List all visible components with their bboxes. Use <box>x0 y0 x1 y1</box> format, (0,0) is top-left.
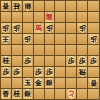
square-5h[interactable]: 銀 <box>45 78 56 89</box>
piece-tokin-gote[interactable]: と <box>67 89 76 99</box>
square-7h[interactable]: 玉 <box>23 78 34 89</box>
piece-lance-gote[interactable]: 香 <box>89 78 98 88</box>
square-2a[interactable] <box>77 1 88 12</box>
piece-pawn-sente[interactable]: 歩 <box>89 56 98 66</box>
square-4d[interactable] <box>55 34 66 45</box>
piece-pawn-sente[interactable]: 歩 <box>67 56 76 66</box>
square-5f[interactable] <box>45 56 56 67</box>
square-6a[interactable] <box>34 1 45 12</box>
piece-horse-sente[interactable]: 馬 <box>34 23 43 33</box>
square-7i[interactable]: 銀 <box>23 89 34 100</box>
square-2h[interactable] <box>77 78 88 89</box>
square-2e[interactable] <box>77 45 88 56</box>
square-2g[interactable]: 飛 <box>77 67 88 78</box>
square-7d[interactable]: 歩 <box>23 34 34 45</box>
square-3b[interactable] <box>66 12 77 23</box>
piece-king-sente[interactable]: 玉 <box>23 78 32 88</box>
square-1e[interactable] <box>88 45 99 56</box>
square-6e[interactable] <box>34 45 45 56</box>
square-1h[interactable]: 香 <box>88 78 99 89</box>
square-7c[interactable] <box>23 23 34 34</box>
piece-pawn-gote[interactable]: 歩 <box>12 23 21 33</box>
square-4a[interactable] <box>55 1 66 12</box>
square-3i[interactable]: と <box>66 89 77 100</box>
piece-pawn-gote[interactable]: 歩 <box>78 23 87 33</box>
square-5e[interactable] <box>45 45 56 56</box>
square-1d[interactable]: 歩 <box>88 34 99 45</box>
piece-knight-sente[interactable]: 桂 <box>12 89 21 99</box>
square-9h[interactable] <box>1 78 12 89</box>
square-5g[interactable]: 歩 <box>45 67 56 78</box>
piece-knight-gote[interactable]: 桂 <box>12 1 21 11</box>
piece-rook-gote[interactable]: 飛 <box>78 67 87 77</box>
square-4e[interactable] <box>55 45 66 56</box>
square-3f[interactable]: 歩 <box>66 56 77 67</box>
square-1i[interactable] <box>88 89 99 100</box>
square-1g[interactable] <box>88 67 99 78</box>
piece-pawn-gote[interactable]: 歩 <box>1 23 10 33</box>
square-5a[interactable] <box>45 1 56 12</box>
square-6c[interactable]: 馬 <box>34 23 45 34</box>
piece-pawn-sente[interactable]: 歩 <box>23 56 32 66</box>
piece-pawn-sente[interactable]: 歩 <box>12 67 21 77</box>
square-3c[interactable] <box>66 23 77 34</box>
square-8e[interactable] <box>12 45 23 56</box>
square-2i[interactable] <box>77 89 88 100</box>
square-2b[interactable] <box>77 12 88 23</box>
square-1a[interactable] <box>88 1 99 12</box>
square-1f[interactable]: 歩 <box>88 56 99 67</box>
piece-pawn-sente[interactable]: 歩 <box>34 67 43 77</box>
square-4c[interactable] <box>55 23 66 34</box>
square-1b[interactable] <box>88 12 99 23</box>
square-4b[interactable] <box>55 12 66 23</box>
square-5c[interactable]: 歩 <box>45 23 56 34</box>
square-7f[interactable]: 歩 <box>23 56 34 67</box>
square-9b[interactable] <box>1 12 12 23</box>
piece-gold-sente[interactable]: 金 <box>34 78 43 88</box>
square-8f[interactable] <box>12 56 23 67</box>
piece-silver-sente[interactable]: 銀 <box>45 78 54 88</box>
square-4i[interactable] <box>55 89 66 100</box>
square-3h[interactable] <box>66 78 77 89</box>
piece-pawn-sente[interactable]: 歩 <box>78 56 87 66</box>
piece-knight-sente[interactable]: 桂 <box>1 56 10 66</box>
square-6d[interactable] <box>34 34 45 45</box>
square-4h[interactable] <box>55 78 66 89</box>
piece-silver-gote[interactable]: 銀 <box>23 1 32 11</box>
piece-pawn-sente[interactable]: 歩 <box>1 67 10 77</box>
square-7a[interactable]: 銀 <box>23 1 34 12</box>
square-8b[interactable] <box>12 12 23 23</box>
square-9i[interactable]: 香 <box>1 89 12 100</box>
shogi-board: 香桂銀龍歩歩馬歩歩王歩歩桂歩歩歩歩歩歩歩歩飛玉金銀香香桂銀と <box>0 0 100 100</box>
square-9e[interactable] <box>1 45 12 56</box>
square-8a[interactable]: 桂 <box>12 1 23 12</box>
piece-dragon-sente[interactable]: 龍 <box>45 12 54 22</box>
square-5i[interactable] <box>45 89 56 100</box>
square-9g[interactable]: 歩 <box>1 67 12 78</box>
square-2c[interactable]: 歩 <box>77 23 88 34</box>
square-8d[interactable] <box>12 34 23 45</box>
square-6h[interactable]: 金 <box>34 78 45 89</box>
square-3d[interactable] <box>66 34 77 45</box>
square-7g[interactable] <box>23 67 34 78</box>
square-8h[interactable] <box>12 78 23 89</box>
square-9a[interactable]: 香 <box>1 1 12 12</box>
square-9d[interactable]: 王 <box>1 34 12 45</box>
square-4g[interactable] <box>55 67 66 78</box>
piece-lance-sente[interactable]: 香 <box>1 89 10 99</box>
piece-pawn-gote[interactable]: 歩 <box>89 34 98 44</box>
piece-pawn-gote[interactable]: 歩 <box>23 34 32 44</box>
piece-pawn-sente[interactable]: 歩 <box>45 67 54 77</box>
square-5d[interactable] <box>45 34 56 45</box>
square-3g[interactable] <box>66 67 77 78</box>
square-1c[interactable] <box>88 23 99 34</box>
piece-lance-gote[interactable]: 香 <box>1 1 10 11</box>
square-2d[interactable] <box>77 34 88 45</box>
square-7e[interactable] <box>23 45 34 56</box>
square-3e[interactable] <box>66 45 77 56</box>
piece-king-gote[interactable]: 王 <box>1 34 10 44</box>
square-6g[interactable]: 歩 <box>34 67 45 78</box>
square-6b[interactable] <box>34 12 45 23</box>
square-2f[interactable]: 歩 <box>77 56 88 67</box>
square-5b[interactable]: 龍 <box>45 12 56 23</box>
square-3a[interactable] <box>66 1 77 12</box>
square-8i[interactable]: 桂 <box>12 89 23 100</box>
square-8c[interactable]: 歩 <box>12 23 23 34</box>
square-4f[interactable] <box>55 56 66 67</box>
piece-pawn-gote[interactable]: 歩 <box>45 23 54 33</box>
square-7b[interactable] <box>23 12 34 23</box>
square-6i[interactable] <box>34 89 45 100</box>
square-6f[interactable] <box>34 56 45 67</box>
square-9c[interactable]: 歩 <box>1 23 12 34</box>
square-9f[interactable]: 桂 <box>1 56 12 67</box>
piece-silver-sente[interactable]: 銀 <box>23 89 32 99</box>
square-8g[interactable]: 歩 <box>12 67 23 78</box>
